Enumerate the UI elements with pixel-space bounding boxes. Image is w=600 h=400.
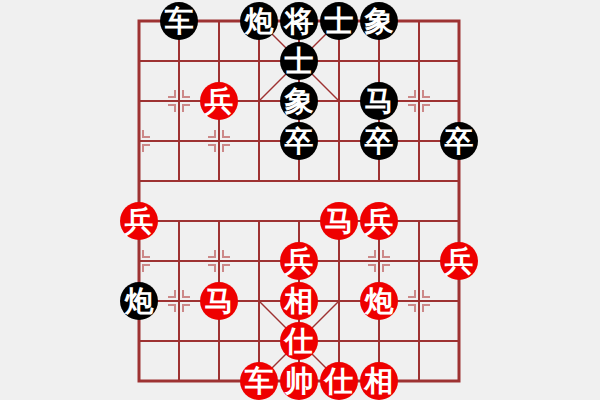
red-advisor[interactable]: 仕	[280, 322, 318, 360]
black-soldier[interactable]: 卒	[440, 122, 478, 160]
black-elephant[interactable]: 象	[280, 82, 318, 120]
black-soldier[interactable]: 卒	[360, 122, 398, 160]
black-cannon[interactable]: 炮	[120, 282, 158, 320]
red-horse[interactable]: 马	[200, 282, 238, 320]
red-elephant[interactable]: 相	[280, 282, 318, 320]
red-general[interactable]: 帅	[280, 362, 318, 400]
red-elephant[interactable]: 相	[360, 362, 398, 400]
red-chariot[interactable]: 车	[240, 362, 278, 400]
red-soldier[interactable]: 兵	[120, 202, 158, 240]
black-advisor[interactable]: 士	[280, 42, 318, 80]
red-cannon[interactable]: 炮	[360, 282, 398, 320]
red-soldier[interactable]: 兵	[360, 202, 398, 240]
xiangqi-board: 车炮将士象士兵象马卒卒卒兵马兵兵兵炮马相炮仕车帅仕相	[0, 0, 600, 400]
black-cannon[interactable]: 炮	[240, 2, 278, 40]
black-soldier[interactable]: 卒	[280, 122, 318, 160]
black-advisor[interactable]: 士	[320, 2, 358, 40]
red-horse[interactable]: 马	[320, 202, 358, 240]
red-advisor[interactable]: 仕	[320, 362, 358, 400]
red-soldier[interactable]: 兵	[440, 242, 478, 280]
red-soldier[interactable]: 兵	[200, 82, 238, 120]
red-soldier[interactable]: 兵	[280, 242, 318, 280]
black-general[interactable]: 将	[280, 2, 318, 40]
pieces-layer: 车炮将士象士兵象马卒卒卒兵马兵兵兵炮马相炮仕车帅仕相	[119, 1, 479, 400]
black-horse[interactable]: 马	[360, 82, 398, 120]
black-chariot[interactable]: 车	[160, 2, 198, 40]
black-elephant[interactable]: 象	[360, 2, 398, 40]
